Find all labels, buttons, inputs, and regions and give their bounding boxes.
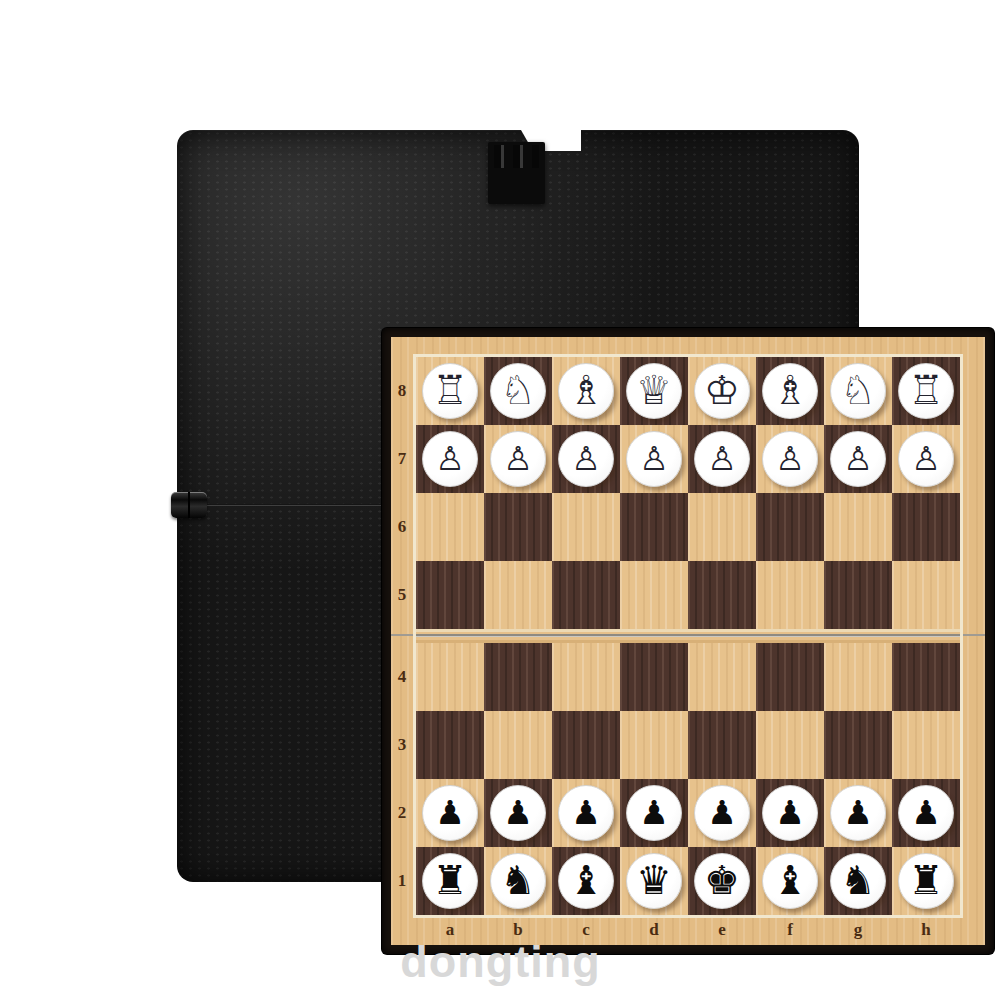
square-g7: ♙ [824, 425, 892, 493]
piece-bP: ♟ [639, 796, 669, 829]
square-e6 [688, 493, 756, 561]
chess-case: ♖♘♗♕♔♗♘♖♙♙♙♙♙♙♙♙ ♟♟♟♟♟♟♟♟♜♞♝♛♚♝♞♜ 8765 4… [177, 130, 859, 882]
piece-wR: ♖ [432, 370, 468, 410]
square-g4 [824, 643, 892, 711]
rank-label-6: 6 [391, 493, 413, 561]
square-e4 [688, 643, 756, 711]
piece-bP: ♟ [571, 796, 601, 829]
piece-disc: ♖ [422, 363, 478, 419]
square-e2: ♟ [688, 779, 756, 847]
piece-bP: ♟ [503, 796, 533, 829]
rank-label-8: 8 [391, 357, 413, 425]
piece-disc: ♟ [490, 785, 546, 841]
piece-disc: ♙ [490, 431, 546, 487]
case-clasp-top [488, 142, 545, 204]
piece-wN: ♘ [840, 370, 876, 410]
piece-wR: ♖ [908, 370, 944, 410]
rank-label-5: 5 [391, 561, 413, 629]
square-f8: ♗ [756, 357, 824, 425]
square-d1: ♛ [620, 847, 688, 915]
rank-label-3: 3 [391, 711, 413, 779]
square-e5 [688, 561, 756, 629]
piece-wP: ♙ [503, 442, 533, 475]
board-fold-seam [416, 629, 960, 643]
piece-wK: ♔ [704, 370, 740, 410]
piece-bN: ♞ [500, 860, 536, 900]
square-d3 [620, 711, 688, 779]
piece-bP: ♟ [707, 796, 737, 829]
square-c7: ♙ [552, 425, 620, 493]
piece-disc: ♚ [694, 853, 750, 909]
piece-wN: ♘ [500, 370, 536, 410]
rank-label-1: 1 [391, 847, 413, 915]
piece-disc: ♜ [422, 853, 478, 909]
left-hinge [171, 492, 207, 518]
square-b2: ♟ [484, 779, 552, 847]
square-b8: ♘ [484, 357, 552, 425]
piece-disc: ♞ [490, 853, 546, 909]
square-h3 [892, 711, 960, 779]
chess-board: ♖♘♗♕♔♗♘♖♙♙♙♙♙♙♙♙ ♟♟♟♟♟♟♟♟♜♞♝♛♚♝♞♜ 8765 4… [382, 328, 994, 954]
piece-wP: ♙ [571, 442, 601, 475]
square-e8: ♔ [688, 357, 756, 425]
piece-wB: ♗ [772, 370, 808, 410]
watermark-text: dongting [0, 936, 1001, 988]
piece-bN: ♞ [840, 860, 876, 900]
piece-bQ: ♛ [636, 860, 672, 900]
piece-wB: ♗ [568, 370, 604, 410]
piece-bR: ♜ [908, 860, 944, 900]
square-a2: ♟ [416, 779, 484, 847]
piece-bP: ♟ [435, 796, 465, 829]
square-c8: ♗ [552, 357, 620, 425]
piece-disc: ♟ [762, 785, 818, 841]
board-grid: ♖♘♗♕♔♗♘♖♙♙♙♙♙♙♙♙ ♟♟♟♟♟♟♟♟♜♞♝♛♚♝♞♜ [413, 354, 963, 918]
square-b7: ♙ [484, 425, 552, 493]
square-a7: ♙ [416, 425, 484, 493]
rank-label-2: 2 [391, 779, 413, 847]
square-h2: ♟ [892, 779, 960, 847]
piece-disc: ♘ [830, 363, 886, 419]
piece-wP: ♙ [775, 442, 805, 475]
square-f4 [756, 643, 824, 711]
piece-wP: ♙ [843, 442, 873, 475]
piece-bP: ♟ [775, 796, 805, 829]
piece-wP: ♙ [911, 442, 941, 475]
piece-disc: ♟ [694, 785, 750, 841]
piece-wP: ♙ [707, 442, 737, 475]
square-c6 [552, 493, 620, 561]
square-g3 [824, 711, 892, 779]
rank-labels-upper: 8765 [391, 357, 413, 629]
piece-disc: ♘ [490, 363, 546, 419]
square-g6 [824, 493, 892, 561]
square-c5 [552, 561, 620, 629]
piece-wP: ♙ [435, 442, 465, 475]
square-h8: ♖ [892, 357, 960, 425]
piece-bP: ♟ [911, 796, 941, 829]
piece-disc: ♟ [422, 785, 478, 841]
piece-disc: ♙ [558, 431, 614, 487]
square-d4 [620, 643, 688, 711]
square-a8: ♖ [416, 357, 484, 425]
board-upper-half: ♖♘♗♕♔♗♘♖♙♙♙♙♙♙♙♙ [416, 357, 960, 629]
piece-disc: ♔ [694, 363, 750, 419]
piece-disc: ♟ [558, 785, 614, 841]
square-h7: ♙ [892, 425, 960, 493]
square-a6 [416, 493, 484, 561]
square-f6 [756, 493, 824, 561]
rank-label-7: 7 [391, 425, 413, 493]
square-e7: ♙ [688, 425, 756, 493]
square-g2: ♟ [824, 779, 892, 847]
square-b4 [484, 643, 552, 711]
piece-disc: ♙ [762, 431, 818, 487]
piece-disc: ♙ [422, 431, 478, 487]
piece-disc: ♝ [762, 853, 818, 909]
piece-disc: ♖ [898, 363, 954, 419]
piece-disc: ♙ [898, 431, 954, 487]
piece-disc: ♙ [626, 431, 682, 487]
square-e1: ♚ [688, 847, 756, 915]
square-c2: ♟ [552, 779, 620, 847]
piece-disc: ♙ [830, 431, 886, 487]
piece-disc: ♟ [898, 785, 954, 841]
square-c1: ♝ [552, 847, 620, 915]
rank-labels-lower: 4321 [391, 643, 413, 915]
piece-disc: ♜ [898, 853, 954, 909]
square-f1: ♝ [756, 847, 824, 915]
square-d2: ♟ [620, 779, 688, 847]
square-f3 [756, 711, 824, 779]
square-h1: ♜ [892, 847, 960, 915]
square-d5 [620, 561, 688, 629]
rank-label-4: 4 [391, 643, 413, 711]
piece-disc: ♟ [626, 785, 682, 841]
square-a1: ♜ [416, 847, 484, 915]
piece-disc: ♛ [626, 853, 682, 909]
piece-disc: ♗ [762, 363, 818, 419]
square-a5 [416, 561, 484, 629]
square-h4 [892, 643, 960, 711]
square-g8: ♘ [824, 357, 892, 425]
board-wood-face: ♖♘♗♕♔♗♘♖♙♙♙♙♙♙♙♙ ♟♟♟♟♟♟♟♟♜♞♝♛♚♝♞♜ 8765 4… [391, 337, 985, 945]
piece-bB: ♝ [568, 860, 604, 900]
square-e3 [688, 711, 756, 779]
piece-wP: ♙ [639, 442, 669, 475]
piece-disc: ♙ [694, 431, 750, 487]
piece-disc: ♞ [830, 853, 886, 909]
square-d7: ♙ [620, 425, 688, 493]
piece-disc: ♗ [558, 363, 614, 419]
square-d8: ♕ [620, 357, 688, 425]
square-c3 [552, 711, 620, 779]
piece-disc: ♝ [558, 853, 614, 909]
square-h6 [892, 493, 960, 561]
square-f7: ♙ [756, 425, 824, 493]
piece-bK: ♚ [704, 860, 740, 900]
piece-wQ: ♕ [636, 370, 672, 410]
square-b3 [484, 711, 552, 779]
square-a3 [416, 711, 484, 779]
square-b6 [484, 493, 552, 561]
piece-bP: ♟ [843, 796, 873, 829]
square-b1: ♞ [484, 847, 552, 915]
square-g1: ♞ [824, 847, 892, 915]
square-c4 [552, 643, 620, 711]
square-d6 [620, 493, 688, 561]
square-g5 [824, 561, 892, 629]
piece-bR: ♜ [432, 860, 468, 900]
square-f5 [756, 561, 824, 629]
square-b5 [484, 561, 552, 629]
piece-disc: ♕ [626, 363, 682, 419]
square-a4 [416, 643, 484, 711]
square-h5 [892, 561, 960, 629]
piece-bB: ♝ [772, 860, 808, 900]
piece-disc: ♟ [830, 785, 886, 841]
board-lower-half: ♟♟♟♟♟♟♟♟♜♞♝♛♚♝♞♜ [416, 643, 960, 915]
square-f2: ♟ [756, 779, 824, 847]
product-photo: ♖♘♗♕♔♗♘♖♙♙♙♙♙♙♙♙ ♟♟♟♟♟♟♟♟♜♞♝♛♚♝♞♜ 8765 4… [0, 0, 1001, 1001]
